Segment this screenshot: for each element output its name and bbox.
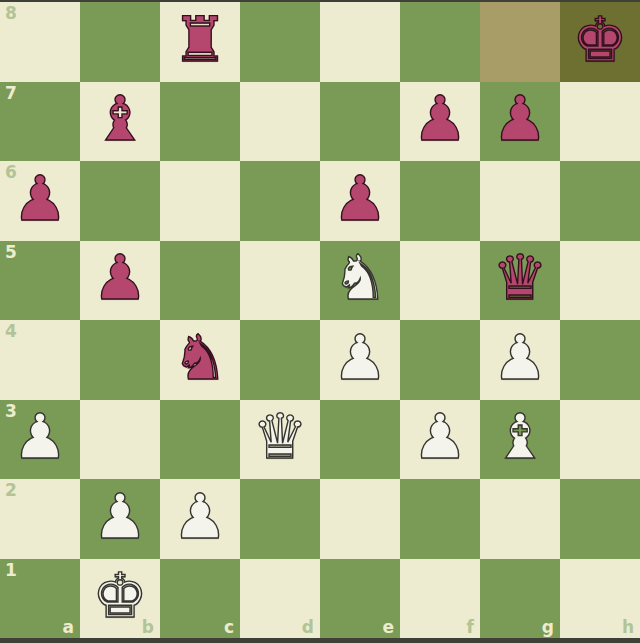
file-label-d: d xyxy=(302,619,314,636)
rank-label-2: 2 xyxy=(5,482,17,499)
file-label-f: f xyxy=(467,619,474,636)
square-b1[interactable]: b♚ xyxy=(80,559,160,639)
white-bishop[interactable]: ♝ xyxy=(492,406,548,468)
square-h2[interactable] xyxy=(560,479,640,559)
file-label-c: c xyxy=(224,619,234,636)
white-queen[interactable]: ♛ xyxy=(252,406,308,468)
square-a2[interactable]: 2 xyxy=(0,479,80,559)
square-e4[interactable]: ♟ xyxy=(320,320,400,400)
square-f1[interactable]: f xyxy=(400,559,480,639)
square-h7[interactable] xyxy=(560,82,640,162)
white-pawn[interactable]: ♟ xyxy=(172,486,228,548)
square-e7[interactable] xyxy=(320,82,400,162)
rank-label-4: 4 xyxy=(5,323,17,340)
black-pawn[interactable]: ♟ xyxy=(92,247,148,309)
black-pawn[interactable]: ♟ xyxy=(412,88,468,150)
square-g5[interactable]: ♛ xyxy=(480,241,560,321)
square-f4[interactable] xyxy=(400,320,480,400)
square-b3[interactable] xyxy=(80,400,160,480)
square-a3[interactable]: 3♟ xyxy=(0,400,80,480)
square-b6[interactable] xyxy=(80,161,160,241)
white-pawn[interactable]: ♟ xyxy=(92,486,148,548)
white-knight[interactable]: ♞ xyxy=(332,247,388,309)
square-h4[interactable] xyxy=(560,320,640,400)
black-king[interactable]: ♚ xyxy=(572,9,628,71)
square-h3[interactable] xyxy=(560,400,640,480)
square-d7[interactable] xyxy=(240,82,320,162)
square-h5[interactable] xyxy=(560,241,640,321)
square-c2[interactable]: ♟ xyxy=(160,479,240,559)
square-a5[interactable]: 5 xyxy=(0,241,80,321)
square-d2[interactable] xyxy=(240,479,320,559)
black-pawn[interactable]: ♟ xyxy=(492,88,548,150)
board-bottom-edge xyxy=(0,638,640,643)
file-label-e: e xyxy=(382,619,394,636)
square-g7[interactable]: ♟ xyxy=(480,82,560,162)
rank-label-1: 1 xyxy=(5,562,17,579)
square-g2[interactable] xyxy=(480,479,560,559)
square-c7[interactable] xyxy=(160,82,240,162)
square-b2[interactable]: ♟ xyxy=(80,479,160,559)
white-king[interactable]: ♚ xyxy=(92,565,148,627)
square-e3[interactable] xyxy=(320,400,400,480)
square-c6[interactable] xyxy=(160,161,240,241)
square-f7[interactable]: ♟ xyxy=(400,82,480,162)
square-d4[interactable] xyxy=(240,320,320,400)
square-c1[interactable]: c xyxy=(160,559,240,639)
square-d8[interactable] xyxy=(240,2,320,82)
square-f6[interactable] xyxy=(400,161,480,241)
square-g6[interactable] xyxy=(480,161,560,241)
black-pawn[interactable]: ♟ xyxy=(12,168,68,230)
square-a6[interactable]: 6♟ xyxy=(0,161,80,241)
rank-label-8: 8 xyxy=(5,5,17,22)
square-h1[interactable]: h xyxy=(560,559,640,639)
black-queen[interactable]: ♛ xyxy=(492,247,548,309)
white-pawn[interactable]: ♟ xyxy=(332,327,388,389)
square-f2[interactable] xyxy=(400,479,480,559)
white-pawn[interactable]: ♟ xyxy=(12,406,68,468)
square-d1[interactable]: d xyxy=(240,559,320,639)
square-b8[interactable] xyxy=(80,2,160,82)
square-c3[interactable] xyxy=(160,400,240,480)
square-g3[interactable]: ♝ xyxy=(480,400,560,480)
square-a7[interactable]: 7 xyxy=(0,82,80,162)
square-g4[interactable]: ♟ xyxy=(480,320,560,400)
square-a8[interactable]: 8 xyxy=(0,2,80,82)
black-bishop[interactable]: ♝ xyxy=(92,88,148,150)
chess-board: 8♜♚7♝♟♟6♟♟5♟♞♛4♞♟♟3♟♛♟♝2♟♟1ab♚cdefgh xyxy=(0,2,640,638)
square-b7[interactable]: ♝ xyxy=(80,82,160,162)
file-label-g: g xyxy=(542,619,554,636)
square-d3[interactable]: ♛ xyxy=(240,400,320,480)
square-g8[interactable] xyxy=(480,2,560,82)
black-pawn[interactable]: ♟ xyxy=(332,168,388,230)
square-h6[interactable] xyxy=(560,161,640,241)
white-pawn[interactable]: ♟ xyxy=(492,327,548,389)
square-a4[interactable]: 4 xyxy=(0,320,80,400)
square-c8[interactable]: ♜ xyxy=(160,2,240,82)
file-label-h: h xyxy=(622,619,634,636)
square-e8[interactable] xyxy=(320,2,400,82)
file-label-a: a xyxy=(63,619,74,636)
square-f5[interactable] xyxy=(400,241,480,321)
square-e1[interactable]: e xyxy=(320,559,400,639)
white-pawn[interactable]: ♟ xyxy=(412,406,468,468)
square-g1[interactable]: g xyxy=(480,559,560,639)
rank-label-5: 5 xyxy=(5,244,17,261)
square-e2[interactable] xyxy=(320,479,400,559)
black-knight[interactable]: ♞ xyxy=(172,327,228,389)
square-c4[interactable]: ♞ xyxy=(160,320,240,400)
square-b5[interactable]: ♟ xyxy=(80,241,160,321)
square-f8[interactable] xyxy=(400,2,480,82)
square-e6[interactable]: ♟ xyxy=(320,161,400,241)
square-b4[interactable] xyxy=(80,320,160,400)
square-e5[interactable]: ♞ xyxy=(320,241,400,321)
black-rook[interactable]: ♜ xyxy=(172,9,228,71)
square-h8[interactable]: ♚ xyxy=(560,2,640,82)
square-d6[interactable] xyxy=(240,161,320,241)
square-d5[interactable] xyxy=(240,241,320,321)
square-f3[interactable]: ♟ xyxy=(400,400,480,480)
square-a1[interactable]: 1a xyxy=(0,559,80,639)
square-c5[interactable] xyxy=(160,241,240,321)
rank-label-7: 7 xyxy=(5,85,17,102)
chess-board-app: 8♜♚7♝♟♟6♟♟5♟♞♛4♞♟♟3♟♛♟♝2♟♟1ab♚cdefgh xyxy=(0,0,640,643)
